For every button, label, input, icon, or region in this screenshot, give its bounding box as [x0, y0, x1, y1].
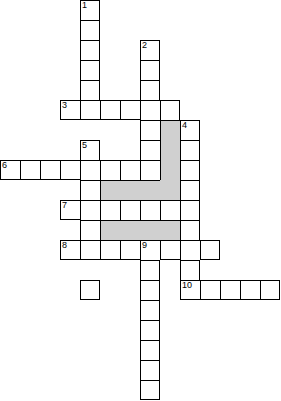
answer-cell-r8-c0[interactable]: 6 [0, 160, 20, 180]
answer-cell-r8-c6[interactable] [120, 160, 140, 180]
answer-cell-r10-c4[interactable] [80, 200, 100, 220]
answer-cell-r4-c7[interactable] [140, 80, 160, 100]
answer-cell-r14-c4[interactable] [80, 280, 100, 300]
blocked-cell-r11-c7 [140, 220, 160, 240]
answer-cell-r7-c7[interactable] [140, 140, 160, 160]
answer-cell-r8-c2[interactable] [40, 160, 60, 180]
answer-cell-r11-c9[interactable] [180, 220, 200, 240]
answer-cell-r10-c6[interactable] [120, 200, 140, 220]
blocked-cell-r9-c6 [120, 180, 140, 200]
answer-cell-r14-c9[interactable]: 10 [180, 280, 200, 300]
answer-cell-r14-c10[interactable] [200, 280, 220, 300]
answer-cell-r4-c4[interactable] [80, 80, 100, 100]
answer-cell-r8-c7[interactable] [140, 160, 160, 180]
answer-cell-r14-c12[interactable] [240, 280, 260, 300]
answer-cell-r6-c7[interactable] [140, 120, 160, 140]
answer-cell-r8-c5[interactable] [100, 160, 120, 180]
clue-number-1: 1 [82, 1, 87, 10]
answer-cell-r5-c3[interactable]: 3 [60, 100, 80, 120]
answer-cell-r12-c9[interactable] [180, 240, 200, 260]
answer-cell-r3-c7[interactable] [140, 60, 160, 80]
answer-cell-r13-c7[interactable] [140, 260, 160, 280]
clue-number-7: 7 [62, 201, 67, 210]
answer-cell-r11-c4[interactable] [80, 220, 100, 240]
answer-cell-r8-c3[interactable] [60, 160, 80, 180]
answer-cell-r17-c7[interactable] [140, 340, 160, 360]
answer-cell-r12-c6[interactable] [120, 240, 140, 260]
blocked-cell-r11-c6 [120, 220, 140, 240]
answer-cell-r1-c4[interactable] [80, 20, 100, 40]
answer-cell-r7-c9[interactable] [180, 140, 200, 160]
clue-number-9: 9 [142, 241, 147, 250]
answer-cell-r7-c4[interactable]: 5 [80, 140, 100, 160]
answer-cell-r12-c7[interactable]: 9 [140, 240, 160, 260]
clue-number-10: 10 [182, 281, 192, 290]
answer-cell-r10-c7[interactable] [140, 200, 160, 220]
blocked-cell-r11-c8 [160, 220, 180, 240]
answer-cell-r5-c8[interactable] [160, 100, 180, 120]
answer-cell-r5-c7[interactable] [140, 100, 160, 120]
crossword-board: 12345678910 [0, 0, 281, 401]
answer-cell-r14-c13[interactable] [260, 280, 280, 300]
answer-cell-r16-c7[interactable] [140, 320, 160, 340]
clue-number-3: 3 [62, 101, 67, 110]
answer-cell-r14-c7[interactable] [140, 280, 160, 300]
blocked-cell-r8-c8 [160, 160, 180, 180]
answer-cell-r12-c4[interactable] [80, 240, 100, 260]
answer-cell-r19-c7[interactable] [140, 380, 160, 400]
answer-cell-r2-c7[interactable]: 2 [140, 40, 160, 60]
answer-cell-r10-c8[interactable] [160, 200, 180, 220]
answer-cell-r12-c10[interactable] [200, 240, 220, 260]
answer-cell-r5-c5[interactable] [100, 100, 120, 120]
answer-cell-r8-c4[interactable] [80, 160, 100, 180]
answer-cell-r8-c9[interactable] [180, 160, 200, 180]
answer-cell-r18-c7[interactable] [140, 360, 160, 380]
answer-cell-r2-c4[interactable] [80, 40, 100, 60]
answer-cell-r9-c4[interactable] [80, 180, 100, 200]
blocked-cell-r9-c5 [100, 180, 120, 200]
answer-cell-r15-c7[interactable] [140, 300, 160, 320]
answer-cell-r13-c9[interactable] [180, 260, 200, 280]
answer-cell-r9-c9[interactable] [180, 180, 200, 200]
blocked-cell-r11-c5 [100, 220, 120, 240]
clue-number-5: 5 [82, 141, 87, 150]
blocked-cell-r6-c8 [160, 120, 180, 140]
answer-cell-r14-c11[interactable] [220, 280, 240, 300]
answer-cell-r12-c8[interactable] [160, 240, 180, 260]
answer-cell-r6-c9[interactable]: 4 [180, 120, 200, 140]
answer-cell-r10-c9[interactable] [180, 200, 200, 220]
answer-cell-r10-c5[interactable] [100, 200, 120, 220]
blocked-cell-r7-c8 [160, 140, 180, 160]
answer-cell-r12-c3[interactable]: 8 [60, 240, 80, 260]
crossword-grid: 12345678910 [0, 0, 280, 400]
blocked-cell-r9-c8 [160, 180, 180, 200]
clue-number-4: 4 [182, 121, 187, 130]
answer-cell-r8-c1[interactable] [20, 160, 40, 180]
clue-number-2: 2 [142, 41, 147, 50]
answer-cell-r5-c6[interactable] [120, 100, 140, 120]
clue-number-6: 6 [2, 161, 7, 170]
answer-cell-r5-c4[interactable] [80, 100, 100, 120]
blocked-cell-r9-c7 [140, 180, 160, 200]
answer-cell-r10-c3[interactable]: 7 [60, 200, 80, 220]
answer-cell-r12-c5[interactable] [100, 240, 120, 260]
clue-number-8: 8 [62, 241, 67, 250]
answer-cell-r3-c4[interactable] [80, 60, 100, 80]
answer-cell-r0-c4[interactable]: 1 [80, 0, 100, 20]
